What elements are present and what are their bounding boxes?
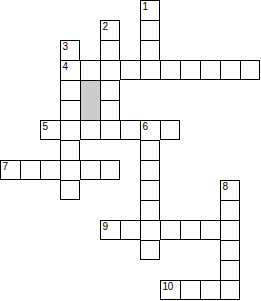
cell-r11-c7[interactable]: [140, 220, 160, 240]
cell-r3-c9[interactable]: [180, 60, 200, 80]
cell-r9-c3[interactable]: [60, 180, 80, 200]
cell-r14-c9[interactable]: [180, 280, 200, 300]
cell-r3-c12[interactable]: [240, 60, 260, 80]
cell-r12-c7[interactable]: [140, 240, 160, 260]
cell-r6-c4[interactable]: [80, 120, 100, 140]
cell-r11-c9[interactable]: [180, 220, 200, 240]
clue-number-4: 4: [63, 62, 68, 71]
cell-r11-c6[interactable]: [120, 220, 140, 240]
cell-r12-c11[interactable]: [220, 240, 240, 260]
cell-r4-c5[interactable]: [100, 80, 120, 100]
cell-r2-c3[interactable]: 3: [60, 40, 80, 60]
cell-r7-c3[interactable]: [60, 140, 80, 160]
cell-r4-c3[interactable]: [60, 80, 80, 100]
cell-r6-c2[interactable]: 5: [40, 120, 60, 140]
clue-number-3: 3: [63, 42, 68, 51]
cell-r9-c11[interactable]: 8: [220, 180, 240, 200]
cell-r11-c11[interactable]: [220, 220, 240, 240]
cell-r6-c3[interactable]: [60, 120, 80, 140]
cell-r2-c7[interactable]: [140, 40, 160, 60]
cell-r3-c6[interactable]: [120, 60, 140, 80]
cell-r6-c8[interactable]: [160, 120, 180, 140]
cell-r0-c7[interactable]: 1: [140, 0, 160, 20]
clue-number-7: 7: [3, 162, 8, 171]
cell-r5-c5[interactable]: [100, 100, 120, 120]
cell-r14-c8[interactable]: 10: [160, 280, 180, 300]
shaded-cell-r4-c4[interactable]: [80, 80, 100, 100]
clue-number-1: 1: [143, 2, 148, 11]
cell-r7-c7[interactable]: [140, 140, 160, 160]
cell-r10-c7[interactable]: [140, 200, 160, 220]
cell-r10-c11[interactable]: [220, 200, 240, 220]
shaded-cell-r5-c4[interactable]: [80, 100, 100, 120]
cell-r1-c7[interactable]: [140, 20, 160, 40]
cell-r1-c5[interactable]: 2: [100, 20, 120, 40]
cell-r14-c11[interactable]: [220, 280, 240, 300]
cell-r3-c5[interactable]: [100, 60, 120, 80]
cell-r3-c10[interactable]: [200, 60, 220, 80]
cell-r5-c3[interactable]: [60, 100, 80, 120]
clue-number-10: 10: [163, 282, 174, 291]
cell-r6-c5[interactable]: [100, 120, 120, 140]
cell-r8-c1[interactable]: [20, 160, 40, 180]
crossword-board: 12345678910: [0, 0, 260, 300]
clue-number-6: 6: [143, 122, 148, 131]
cell-r8-c3[interactable]: [60, 160, 80, 180]
cell-r3-c11[interactable]: [220, 60, 240, 80]
cell-r14-c10[interactable]: [200, 280, 220, 300]
cell-r8-c4[interactable]: [80, 160, 100, 180]
cell-r8-c7[interactable]: [140, 160, 160, 180]
cell-r3-c4[interactable]: [80, 60, 100, 80]
cell-r8-c2[interactable]: [40, 160, 60, 180]
crossword-page: 12345678910: [0, 0, 261, 301]
cell-r6-c7[interactable]: 6: [140, 120, 160, 140]
cell-r8-c0[interactable]: 7: [0, 160, 20, 180]
cell-r11-c8[interactable]: [160, 220, 180, 240]
clue-number-2: 2: [103, 22, 108, 31]
clue-number-9: 9: [103, 222, 108, 231]
cell-r11-c5[interactable]: 9: [100, 220, 120, 240]
clue-number-8: 8: [223, 182, 228, 191]
cell-r6-c6[interactable]: [120, 120, 140, 140]
cell-r11-c10[interactable]: [200, 220, 220, 240]
cell-r9-c7[interactable]: [140, 180, 160, 200]
cell-r8-c5[interactable]: [100, 160, 120, 180]
cell-r13-c11[interactable]: [220, 260, 240, 280]
cell-r3-c3[interactable]: 4: [60, 60, 80, 80]
clue-number-5: 5: [43, 122, 48, 131]
cell-r3-c8[interactable]: [160, 60, 180, 80]
cell-r3-c7[interactable]: [140, 60, 160, 80]
cell-r2-c5[interactable]: [100, 40, 120, 60]
